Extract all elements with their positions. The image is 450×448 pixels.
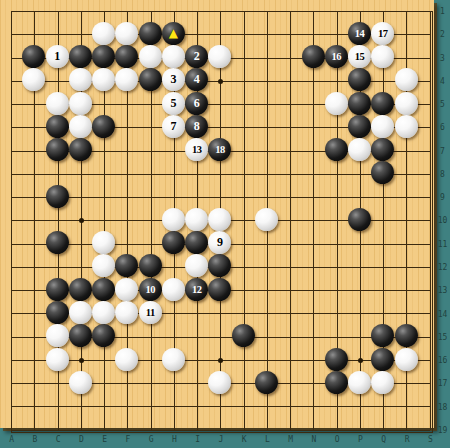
board-point-G5[interactable] bbox=[140, 93, 163, 116]
white-stone-D17 bbox=[69, 371, 92, 394]
column-label-B: B bbox=[27, 435, 43, 444]
black-stone-C14 bbox=[46, 301, 69, 324]
board-point-M1[interactable] bbox=[279, 0, 302, 23]
move-number-label: 16 bbox=[332, 45, 342, 68]
board-point-B2[interactable] bbox=[23, 23, 46, 46]
board-point-O11[interactable] bbox=[326, 233, 349, 256]
board-point-P11[interactable] bbox=[349, 233, 372, 256]
board-point-L16[interactable] bbox=[256, 349, 279, 372]
board-point-D8[interactable] bbox=[70, 163, 93, 186]
board-point-I1[interactable] bbox=[186, 0, 209, 23]
board-point-K13[interactable] bbox=[233, 279, 256, 302]
board-point-C12[interactable] bbox=[47, 256, 70, 279]
board-point-O14[interactable] bbox=[326, 302, 349, 325]
move-number-label: 6 bbox=[194, 92, 200, 115]
board-point-M10[interactable] bbox=[279, 209, 302, 232]
move-number-label: 8 bbox=[194, 115, 200, 138]
board-point-M13[interactable] bbox=[279, 279, 302, 302]
board-point-J2[interactable] bbox=[209, 23, 232, 46]
board-point-R9[interactable] bbox=[395, 186, 418, 209]
board-point-M15[interactable] bbox=[279, 326, 302, 349]
board-point-Q13[interactable] bbox=[372, 279, 395, 302]
board-point-M18[interactable] bbox=[279, 395, 302, 418]
board-point-M7[interactable] bbox=[279, 140, 302, 163]
black-stone-I5: 6 bbox=[185, 92, 208, 115]
board-point-O8[interactable] bbox=[326, 163, 349, 186]
white-stone-L10 bbox=[255, 208, 278, 231]
board-point-O6[interactable] bbox=[326, 116, 349, 139]
row-label-11: 11 bbox=[436, 240, 449, 249]
board-point-B12[interactable] bbox=[23, 256, 46, 279]
board-point-A12[interactable] bbox=[0, 256, 23, 279]
board-point-G10[interactable] bbox=[140, 209, 163, 232]
board-point-J9[interactable] bbox=[209, 186, 232, 209]
board-point-N6[interactable] bbox=[302, 116, 325, 139]
column-label-C: C bbox=[50, 435, 66, 444]
board-point-H12[interactable] bbox=[163, 256, 186, 279]
board-point-R3[interactable] bbox=[395, 47, 418, 70]
board-point-Q10[interactable] bbox=[372, 209, 395, 232]
board-point-P15[interactable] bbox=[349, 326, 372, 349]
board-point-A11[interactable] bbox=[0, 233, 23, 256]
star-point bbox=[358, 358, 363, 363]
board-point-G16[interactable] bbox=[140, 349, 163, 372]
black-stone-I6: 8 bbox=[185, 115, 208, 138]
column-label-I: I bbox=[190, 435, 206, 444]
row-label-7: 7 bbox=[436, 147, 449, 156]
move-number-label: 7 bbox=[170, 115, 176, 138]
board-point-E5[interactable] bbox=[93, 93, 116, 116]
board-point-P8[interactable] bbox=[349, 163, 372, 186]
board-point-A13[interactable] bbox=[0, 279, 23, 302]
board-point-H7[interactable] bbox=[163, 140, 186, 163]
board-point-R13[interactable] bbox=[395, 279, 418, 302]
board-point-F10[interactable] bbox=[116, 209, 139, 232]
board-point-F7[interactable] bbox=[116, 140, 139, 163]
board-point-N7[interactable] bbox=[302, 140, 325, 163]
board-point-F15[interactable] bbox=[116, 326, 139, 349]
board-point-P14[interactable] bbox=[349, 302, 372, 325]
board-point-E1[interactable] bbox=[93, 0, 116, 23]
board-point-N14[interactable] bbox=[302, 302, 325, 325]
black-stone-K15 bbox=[232, 324, 255, 347]
move-number-label: 13 bbox=[192, 138, 202, 161]
board-point-K7[interactable] bbox=[233, 140, 256, 163]
board-point-K8[interactable] bbox=[233, 163, 256, 186]
board-point-M14[interactable] bbox=[279, 302, 302, 325]
board-point-N5[interactable] bbox=[302, 93, 325, 116]
board-point-L2[interactable] bbox=[256, 23, 279, 46]
board-point-N1[interactable] bbox=[302, 0, 325, 23]
board-point-O4[interactable] bbox=[326, 70, 349, 93]
board-point-R14[interactable] bbox=[395, 302, 418, 325]
board-point-R12[interactable] bbox=[395, 256, 418, 279]
board-point-K11[interactable] bbox=[233, 233, 256, 256]
board-point-M3[interactable] bbox=[279, 47, 302, 70]
board-point-J18[interactable] bbox=[209, 395, 232, 418]
black-stone-P6 bbox=[348, 115, 371, 138]
board-point-N18[interactable] bbox=[302, 395, 325, 418]
board-point-C2[interactable] bbox=[47, 23, 70, 46]
board-point-R8[interactable] bbox=[395, 163, 418, 186]
board-point-O2[interactable] bbox=[326, 23, 349, 46]
board-point-M9[interactable] bbox=[279, 186, 302, 209]
board-point-L3[interactable] bbox=[256, 47, 279, 70]
black-stone-O17 bbox=[325, 371, 348, 394]
board-point-B6[interactable] bbox=[23, 116, 46, 139]
white-stone-E2 bbox=[92, 22, 115, 45]
board-point-A14[interactable] bbox=[0, 302, 23, 325]
board-point-G15[interactable] bbox=[140, 326, 163, 349]
board-point-Q14[interactable] bbox=[372, 302, 395, 325]
board-point-C10[interactable] bbox=[47, 209, 70, 232]
board-point-K1[interactable] bbox=[233, 0, 256, 23]
white-stone-H13 bbox=[162, 278, 185, 301]
board-point-L11[interactable] bbox=[256, 233, 279, 256]
board-point-B1[interactable] bbox=[23, 0, 46, 23]
board-point-N4[interactable] bbox=[302, 70, 325, 93]
black-stone-C11 bbox=[46, 231, 69, 254]
board-point-M2[interactable] bbox=[279, 23, 302, 46]
board-point-E10[interactable] bbox=[93, 209, 116, 232]
board-point-K4[interactable] bbox=[233, 70, 256, 93]
board-point-M6[interactable] bbox=[279, 116, 302, 139]
board-point-E8[interactable] bbox=[93, 163, 116, 186]
board-point-B17[interactable] bbox=[23, 372, 46, 395]
board-point-M8[interactable] bbox=[279, 163, 302, 186]
board-point-N15[interactable] bbox=[302, 326, 325, 349]
board-point-H18[interactable] bbox=[163, 395, 186, 418]
white-stone-G14: 11 bbox=[139, 301, 162, 324]
column-label-G: G bbox=[143, 435, 159, 444]
column-label-A: A bbox=[4, 435, 20, 444]
board-point-N17[interactable] bbox=[302, 372, 325, 395]
black-stone-I13: 12 bbox=[185, 278, 208, 301]
board-point-H8[interactable] bbox=[163, 163, 186, 186]
board-point-O9[interactable] bbox=[326, 186, 349, 209]
board-point-F8[interactable] bbox=[116, 163, 139, 186]
board-point-M4[interactable] bbox=[279, 70, 302, 93]
board-point-C1[interactable] bbox=[47, 0, 70, 23]
board-point-G11[interactable] bbox=[140, 233, 163, 256]
board-point-I8[interactable] bbox=[186, 163, 209, 186]
black-stone-P10 bbox=[348, 208, 371, 231]
black-stone-P5 bbox=[348, 92, 371, 115]
board-point-I18[interactable] bbox=[186, 395, 209, 418]
board-point-G17[interactable] bbox=[140, 372, 163, 395]
board-point-N10[interactable] bbox=[302, 209, 325, 232]
board-point-B10[interactable] bbox=[23, 209, 46, 232]
board-point-D11[interactable] bbox=[70, 233, 93, 256]
board-point-A3[interactable] bbox=[0, 47, 23, 70]
board-point-K6[interactable] bbox=[233, 116, 256, 139]
board-point-K2[interactable] bbox=[233, 23, 256, 46]
white-stone-C3: 1 bbox=[46, 45, 69, 68]
column-label-P: P bbox=[353, 435, 369, 444]
board-point-B16[interactable] bbox=[23, 349, 46, 372]
board-point-A4[interactable] bbox=[0, 70, 23, 93]
board-point-L1[interactable] bbox=[256, 0, 279, 23]
board-point-K5[interactable] bbox=[233, 93, 256, 116]
board-point-L6[interactable] bbox=[256, 116, 279, 139]
board-point-O1[interactable] bbox=[326, 0, 349, 23]
black-stone-O3: 16 bbox=[325, 45, 348, 68]
board-point-I16[interactable] bbox=[186, 349, 209, 372]
black-stone-D3 bbox=[69, 45, 92, 68]
board-point-R7[interactable] bbox=[395, 140, 418, 163]
move-number-label: 12 bbox=[192, 278, 202, 301]
board-point-K3[interactable] bbox=[233, 47, 256, 70]
board-point-N2[interactable] bbox=[302, 23, 325, 46]
board-point-N11[interactable] bbox=[302, 233, 325, 256]
board-point-G1[interactable] bbox=[140, 0, 163, 23]
board-point-J15[interactable] bbox=[209, 326, 232, 349]
board-point-M12[interactable] bbox=[279, 256, 302, 279]
row-label-16: 16 bbox=[436, 356, 449, 365]
board-point-I14[interactable] bbox=[186, 302, 209, 325]
board-point-L12[interactable] bbox=[256, 256, 279, 279]
board-point-A9[interactable] bbox=[0, 186, 23, 209]
white-stone-C16 bbox=[46, 348, 69, 371]
board-point-D1[interactable] bbox=[70, 0, 93, 23]
triangle-mark-icon: ▲ bbox=[169, 22, 178, 45]
row-label-18: 18 bbox=[436, 403, 449, 412]
board-point-D12[interactable] bbox=[70, 256, 93, 279]
row-label-8: 8 bbox=[436, 170, 449, 179]
board-point-C4[interactable] bbox=[47, 70, 70, 93]
board-point-H14[interactable] bbox=[163, 302, 186, 325]
black-stone-C7 bbox=[46, 138, 69, 161]
board-point-O12[interactable] bbox=[326, 256, 349, 279]
board-point-J14[interactable] bbox=[209, 302, 232, 325]
board-point-Q18[interactable] bbox=[372, 395, 395, 418]
board-point-D18[interactable] bbox=[70, 395, 93, 418]
black-stone-C9 bbox=[46, 185, 69, 208]
row-label-1: 1 bbox=[436, 7, 449, 16]
board-point-J8[interactable] bbox=[209, 163, 232, 186]
board-point-F5[interactable] bbox=[116, 93, 139, 116]
column-label-Q: Q bbox=[376, 435, 392, 444]
black-stone-N3 bbox=[302, 45, 325, 68]
board-point-A18[interactable] bbox=[0, 395, 23, 418]
board-point-R10[interactable] bbox=[395, 209, 418, 232]
board-point-A7[interactable] bbox=[0, 140, 23, 163]
white-stone-H16 bbox=[162, 348, 185, 371]
black-stone-R15 bbox=[395, 324, 418, 347]
board-point-O18[interactable] bbox=[326, 395, 349, 418]
board-point-F11[interactable] bbox=[116, 233, 139, 256]
board-point-E18[interactable] bbox=[93, 395, 116, 418]
board-point-F9[interactable] bbox=[116, 186, 139, 209]
board-point-H9[interactable] bbox=[163, 186, 186, 209]
board-point-K16[interactable] bbox=[233, 349, 256, 372]
white-stone-H5: 5 bbox=[162, 92, 185, 115]
board-point-R1[interactable] bbox=[395, 0, 418, 23]
board-point-G18[interactable] bbox=[140, 395, 163, 418]
black-stone-C13 bbox=[46, 278, 69, 301]
black-stone-G13: 10 bbox=[139, 278, 162, 301]
board-point-B7[interactable] bbox=[23, 140, 46, 163]
board-point-P12[interactable] bbox=[349, 256, 372, 279]
row-label-14: 14 bbox=[436, 310, 449, 319]
white-stone-C5 bbox=[46, 92, 69, 115]
board-point-Q1[interactable] bbox=[372, 0, 395, 23]
board-point-K10[interactable] bbox=[233, 209, 256, 232]
column-label-R: R bbox=[399, 435, 415, 444]
row-label-17: 17 bbox=[436, 379, 449, 388]
board-point-R2[interactable] bbox=[395, 23, 418, 46]
board-point-H1[interactable] bbox=[163, 0, 186, 23]
move-number-label: 11 bbox=[146, 301, 155, 324]
column-label-L: L bbox=[259, 435, 275, 444]
black-stone-Q5 bbox=[371, 92, 394, 115]
board-point-A8[interactable] bbox=[0, 163, 23, 186]
board-point-A6[interactable] bbox=[0, 116, 23, 139]
white-stone-H10 bbox=[162, 208, 185, 231]
board-point-G7[interactable] bbox=[140, 140, 163, 163]
black-stone-Q16 bbox=[371, 348, 394, 371]
board-point-R18[interactable] bbox=[395, 395, 418, 418]
move-number-label: 2 bbox=[194, 45, 200, 68]
board-point-P9[interactable] bbox=[349, 186, 372, 209]
board-point-A17[interactable] bbox=[0, 372, 23, 395]
white-stone-D6 bbox=[69, 115, 92, 138]
go-board[interactable]: ▲141712161534567813189101211 bbox=[0, 0, 434, 428]
board-point-F1[interactable] bbox=[116, 0, 139, 23]
white-stone-O5 bbox=[325, 92, 348, 115]
board-point-J1[interactable] bbox=[209, 0, 232, 23]
board-point-K14[interactable] bbox=[233, 302, 256, 325]
board-point-F17[interactable] bbox=[116, 372, 139, 395]
board-point-P13[interactable] bbox=[349, 279, 372, 302]
board-point-C18[interactable] bbox=[47, 395, 70, 418]
board-point-A15[interactable] bbox=[0, 326, 23, 349]
board-point-C17[interactable] bbox=[47, 372, 70, 395]
board-point-Q4[interactable] bbox=[372, 70, 395, 93]
board-point-B13[interactable] bbox=[23, 279, 46, 302]
board-point-N12[interactable] bbox=[302, 256, 325, 279]
board-point-H15[interactable] bbox=[163, 326, 186, 349]
board-point-A10[interactable] bbox=[0, 209, 23, 232]
black-stone-O16 bbox=[325, 348, 348, 371]
board-point-E9[interactable] bbox=[93, 186, 116, 209]
board-point-B11[interactable] bbox=[23, 233, 46, 256]
row-label-15: 15 bbox=[436, 333, 449, 342]
board-point-P18[interactable] bbox=[349, 395, 372, 418]
board-point-Q9[interactable] bbox=[372, 186, 395, 209]
board-point-B18[interactable] bbox=[23, 395, 46, 418]
black-stone-C6 bbox=[46, 115, 69, 138]
move-number-label: 14 bbox=[355, 22, 365, 45]
board-point-L7[interactable] bbox=[256, 140, 279, 163]
board-point-L15[interactable] bbox=[256, 326, 279, 349]
board-point-P1[interactable] bbox=[349, 0, 372, 23]
board-point-M11[interactable] bbox=[279, 233, 302, 256]
board-point-M17[interactable] bbox=[279, 372, 302, 395]
board-point-O13[interactable] bbox=[326, 279, 349, 302]
board-point-L14[interactable] bbox=[256, 302, 279, 325]
board-point-B5[interactable] bbox=[23, 93, 46, 116]
board-point-A16[interactable] bbox=[0, 349, 23, 372]
board-point-I2[interactable] bbox=[186, 23, 209, 46]
row-label-6: 6 bbox=[436, 123, 449, 132]
board-point-A1[interactable] bbox=[0, 0, 23, 23]
board-point-M16[interactable] bbox=[279, 349, 302, 372]
board-point-I17[interactable] bbox=[186, 372, 209, 395]
board-point-C8[interactable] bbox=[47, 163, 70, 186]
board-point-B9[interactable] bbox=[23, 186, 46, 209]
go-board-screenshot: ▲141712161534567813189101211 ABCDEFGHIJK… bbox=[0, 0, 450, 448]
board-point-L18[interactable] bbox=[256, 395, 279, 418]
black-stone-H11 bbox=[162, 231, 185, 254]
row-label-4: 4 bbox=[436, 77, 449, 86]
board-point-I9[interactable] bbox=[186, 186, 209, 209]
move-number-label: 1 bbox=[54, 45, 60, 68]
row-label-2: 2 bbox=[436, 30, 449, 39]
board-point-L5[interactable] bbox=[256, 93, 279, 116]
board-point-B8[interactable] bbox=[23, 163, 46, 186]
board-point-R11[interactable] bbox=[395, 233, 418, 256]
board-point-K12[interactable] bbox=[233, 256, 256, 279]
board-point-K18[interactable] bbox=[233, 395, 256, 418]
board-point-N16[interactable] bbox=[302, 349, 325, 372]
board-point-K9[interactable] bbox=[233, 186, 256, 209]
board-point-Q12[interactable] bbox=[372, 256, 395, 279]
board-point-B14[interactable] bbox=[23, 302, 46, 325]
board-point-D2[interactable] bbox=[70, 23, 93, 46]
board-point-F18[interactable] bbox=[116, 395, 139, 418]
board-point-E7[interactable] bbox=[93, 140, 116, 163]
column-label-M: M bbox=[283, 435, 299, 444]
board-point-E17[interactable] bbox=[93, 372, 116, 395]
board-point-N13[interactable] bbox=[302, 279, 325, 302]
board-point-N9[interactable] bbox=[302, 186, 325, 209]
column-label-J: J bbox=[213, 435, 229, 444]
board-point-J6[interactable] bbox=[209, 116, 232, 139]
white-stone-Q2: 17 bbox=[371, 22, 394, 45]
board-point-D9[interactable] bbox=[70, 186, 93, 209]
board-point-L8[interactable] bbox=[256, 163, 279, 186]
move-number-label: 15 bbox=[355, 45, 365, 68]
board-point-B15[interactable] bbox=[23, 326, 46, 349]
board-point-L13[interactable] bbox=[256, 279, 279, 302]
board-point-M5[interactable] bbox=[279, 93, 302, 116]
board-point-H17[interactable] bbox=[163, 372, 186, 395]
board-point-N8[interactable] bbox=[302, 163, 325, 186]
board-point-O15[interactable] bbox=[326, 326, 349, 349]
white-stone-F16 bbox=[115, 348, 138, 371]
black-stone-D13 bbox=[69, 278, 92, 301]
board-point-A2[interactable] bbox=[0, 23, 23, 46]
board-point-G8[interactable] bbox=[140, 163, 163, 186]
board-point-O10[interactable] bbox=[326, 209, 349, 232]
board-point-G9[interactable] bbox=[140, 186, 163, 209]
white-stone-R16 bbox=[395, 348, 418, 371]
black-stone-O7 bbox=[325, 138, 348, 161]
move-number-label: 10 bbox=[145, 278, 155, 301]
board-point-F6[interactable] bbox=[116, 116, 139, 139]
board-point-L4[interactable] bbox=[256, 70, 279, 93]
board-point-E16[interactable] bbox=[93, 349, 116, 372]
board-point-Q11[interactable] bbox=[372, 233, 395, 256]
board-point-L9[interactable] bbox=[256, 186, 279, 209]
board-point-R17[interactable] bbox=[395, 372, 418, 395]
board-point-K17[interactable] bbox=[233, 372, 256, 395]
board-point-A5[interactable] bbox=[0, 93, 23, 116]
board-point-G6[interactable] bbox=[140, 116, 163, 139]
board-point-I15[interactable] bbox=[186, 326, 209, 349]
board-point-J5[interactable] bbox=[209, 93, 232, 116]
